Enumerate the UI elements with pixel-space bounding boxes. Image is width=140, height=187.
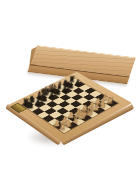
chess-set-product-photo[interactable]: ♜♟♟♜♞♟♟♞♝♟♟♝♛♟♟♛♚♟♟♚♝♟♟♝♞♟♟♞♜♟♟♜	[0, 0, 140, 187]
board-squares: ♜♟♟♜♞♟♟♞♝♟♟♝♛♟♟♛♚♟♟♚♝♟♟♝♞♟♟♞♜♟♟♜	[22, 79, 118, 133]
black-pawn-piece: ♟	[47, 92, 55, 100]
black-pawn-piece: ♟	[34, 98, 42, 106]
black-pawn-piece: ♟	[61, 85, 69, 93]
black-pawn-piece: ♟	[27, 102, 35, 110]
white-rook-piece: ♜	[57, 122, 67, 132]
